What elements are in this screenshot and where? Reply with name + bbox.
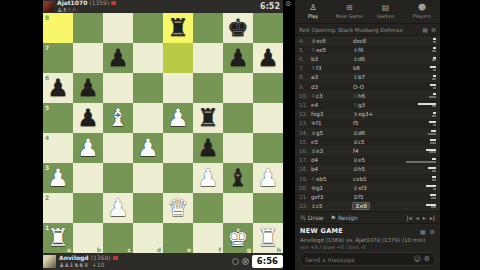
- square-g6[interactable]: [223, 73, 253, 103]
- opening-name: Reti Opening: Black Mustang Defense: [299, 27, 403, 33]
- square-e7[interactable]: [163, 43, 193, 73]
- square-b2[interactable]: [73, 193, 103, 223]
- square-c7[interactable]: ♟: [103, 43, 133, 73]
- new-game-matchup[interactable]: Anvilogd (1369) vs. Ajat1070 (1379) (10 …: [300, 237, 435, 243]
- time-bar-white: [431, 130, 436, 132]
- time-bar-white: [433, 57, 436, 59]
- board-settings-gear-icon[interactable]: ⚙: [285, 1, 291, 8]
- playback-next-button[interactable]: ▸: [423, 214, 426, 221]
- square-e5[interactable]: ♟: [163, 103, 193, 133]
- time-bar-white: [433, 93, 436, 95]
- square-h5[interactable]: [253, 103, 283, 133]
- square-e8[interactable]: ♜: [163, 13, 193, 43]
- piece-black-pawn-h7[interactable]: ♟: [253, 43, 283, 73]
- top-player-avatar[interactable]: [43, 1, 54, 12]
- time-bar-black: [429, 96, 436, 98]
- move-row-8: 8.a3♗b7: [295, 73, 440, 82]
- square-f4[interactable]: ♟: [193, 133, 223, 163]
- move-number: 19.: [299, 176, 311, 182]
- time-bar-white: [433, 75, 436, 77]
- square-f3[interactable]: ♟: [193, 163, 223, 193]
- black-move[interactable]: f5: [353, 120, 395, 126]
- playback-prev-button[interactable]: ◂: [416, 214, 419, 221]
- white-move[interactable]: e5: [311, 139, 353, 145]
- piece-black-rook-f5[interactable]: ♜: [193, 103, 223, 133]
- top-captured-pieces: ♙♗♘♘: [57, 7, 116, 13]
- square-e1[interactable]: e: [163, 223, 193, 253]
- square-b7[interactable]: [73, 43, 103, 73]
- move-row-16: 16.♗e3f4: [295, 146, 440, 155]
- playback-first-button[interactable]: |◂: [407, 214, 412, 221]
- new-game-board-icon[interactable]: ▦: [420, 228, 426, 235]
- move-number: 20.: [299, 185, 311, 191]
- time-bar-white: [428, 167, 436, 169]
- chat-settings-icon[interactable]: ⚙: [424, 255, 430, 263]
- tab-play[interactable]: ♙ Play: [295, 0, 331, 23]
- rank-label-2: 2: [45, 194, 49, 201]
- square-g1[interactable]: g♚: [223, 223, 253, 253]
- time-bar-white: [430, 84, 436, 86]
- move-number: 17.: [299, 157, 311, 163]
- time-bar-white: [430, 139, 436, 141]
- piece-white-pawn-c2[interactable]: ♟: [103, 193, 133, 223]
- square-d7[interactable]: [133, 43, 163, 73]
- move-number: 16.: [299, 148, 311, 154]
- file-label-d: d: [157, 246, 161, 253]
- time-bar-black: [406, 161, 436, 163]
- move-number: 21.: [299, 194, 311, 200]
- top-player-bar: Ajat1070 (1359) ♙♗♘♘ 6:52: [43, 0, 283, 13]
- move-row-5: 5.♘xe5♗f6: [295, 45, 440, 54]
- time-bar-white: [426, 149, 436, 151]
- white-move[interactable]: ♗e3: [311, 148, 353, 154]
- top-player-flair-icon: [111, 1, 116, 5]
- time-bar-black: [433, 41, 436, 43]
- material-advantage: +10: [92, 261, 105, 268]
- move-row-13: 13.♔f1f5: [295, 119, 440, 128]
- piece-white-rook-h1[interactable]: ♜: [253, 223, 283, 253]
- rating-change-info: win +8 / draw +0 / lose -8: [300, 244, 435, 250]
- new-game-icon: ⊞: [346, 4, 353, 12]
- rank-label-7: 7: [45, 44, 49, 51]
- square-g7[interactable]: ♟: [223, 43, 253, 73]
- piece-white-pawn-d4[interactable]: ♟: [133, 133, 163, 163]
- time-bar-black: [429, 151, 436, 153]
- new-game-title: NEW GAME: [300, 227, 343, 235]
- piece-white-rook-a1[interactable]: ♜: [43, 223, 73, 253]
- move-row-18: 18.b4♕h5: [295, 165, 440, 174]
- white-move[interactable]: b4: [311, 166, 353, 172]
- time-bar-black: [432, 105, 436, 107]
- white-move[interactable]: ♘c3: [311, 93, 353, 99]
- bottom-player-bar: Anvilogd (1369) ♟♟♝♞♞♛ +10 6:56: [43, 253, 283, 270]
- tab-new-game[interactable]: ⊞ New Game: [331, 0, 367, 23]
- time-bar-white: [430, 66, 436, 68]
- move-number: 11.: [299, 102, 311, 108]
- time-bar-white: [418, 103, 436, 105]
- move-list: 4.♗xc6dxc65.♘xe5♗f66.b3♗d67.♘f3b68.a3♗b7…: [295, 36, 440, 211]
- black-move[interactable]: ♕e5: [353, 157, 395, 163]
- white-move[interactable]: d4: [311, 157, 353, 163]
- square-c4[interactable]: [103, 133, 133, 163]
- black-move[interactable]: O-O: [353, 84, 395, 90]
- square-a8[interactable]: 8: [43, 13, 73, 43]
- white-move[interactable]: d3: [311, 84, 353, 90]
- time-bar-black: [432, 78, 436, 80]
- square-h2[interactable]: [253, 193, 283, 223]
- black-move[interactable]: ♗xf3: [353, 185, 395, 191]
- square-g5[interactable]: [223, 103, 253, 133]
- square-c5[interactable]: ♝: [103, 103, 133, 133]
- chat-input[interactable]: Send a message ☺ ⚙: [299, 252, 436, 266]
- white-move[interactable]: ♔g1: [311, 185, 353, 191]
- piece-white-pawn-a3[interactable]: ♟: [43, 163, 73, 193]
- side-panel: ♙ Play ⊞ New Game ▤ Games ☻ Players Reti…: [295, 0, 440, 270]
- black-move[interactable]: ♕d6: [353, 130, 395, 136]
- close-icon[interactable]: ⊗: [431, 26, 436, 33]
- square-b3[interactable]: [73, 163, 103, 193]
- time-bar-white: [433, 38, 436, 40]
- move-number: 7.: [299, 65, 311, 71]
- rank-label-4: 4: [45, 134, 49, 141]
- black-move[interactable]: ♘g3: [353, 102, 395, 108]
- black-move[interactable]: ♕h5: [353, 166, 395, 172]
- move-row-15: 15.e5♕c5: [295, 137, 440, 146]
- players-person-icon: ☻: [418, 4, 426, 12]
- square-f7[interactable]: [193, 43, 223, 73]
- clock-icon: [242, 258, 249, 265]
- time-bar-black: [433, 87, 436, 89]
- move-number: 8.: [299, 74, 311, 80]
- time-bar-white: [433, 112, 436, 114]
- move-number: 14.: [299, 130, 311, 136]
- square-h3[interactable]: ♟: [253, 163, 283, 193]
- square-d6[interactable]: [133, 73, 163, 103]
- draw-half-icon: ½: [300, 214, 306, 221]
- square-h1[interactable]: h♜: [253, 223, 283, 253]
- tab-games[interactable]: ▤ Games: [368, 0, 404, 23]
- black-move[interactable]: dxc6: [353, 38, 395, 44]
- square-b5[interactable]: ♟: [73, 103, 103, 133]
- time-bar-black: [430, 142, 436, 144]
- bottom-player-avatar[interactable]: [43, 255, 56, 268]
- square-g3[interactable]: ♝: [223, 163, 253, 193]
- chess-board: 8♜♚7♟♟♟6♟♟5♟♝♟♜4♟♟♟3♟♟♝♟2♟♛1a♜bcdefg♚h♜: [43, 13, 283, 253]
- square-a3[interactable]: 3♟: [43, 163, 73, 193]
- time-bar-black: [428, 133, 436, 135]
- time-bar-black: [432, 115, 436, 117]
- piece-black-pawn-f4[interactable]: ♟: [193, 133, 223, 163]
- square-e2[interactable]: ♛: [163, 193, 193, 223]
- square-d2[interactable]: [133, 193, 163, 223]
- square-g4[interactable]: [223, 133, 253, 163]
- move-row-10: 10.♘c3♘h6: [295, 91, 440, 100]
- move-number: 10.: [299, 93, 311, 99]
- black-move[interactable]: cxb5: [353, 176, 395, 182]
- square-g8[interactable]: ♚: [223, 13, 253, 43]
- square-b6[interactable]: ♟: [73, 73, 103, 103]
- time-bar-black: [432, 179, 436, 181]
- move-number: 6.: [299, 56, 311, 62]
- black-move[interactable]: ♗f6: [353, 47, 395, 53]
- white-move[interactable]: b3: [311, 56, 353, 62]
- move-row-17: 17.d4♕e5: [295, 156, 440, 165]
- square-d1[interactable]: d: [133, 223, 163, 253]
- piece-black-rook-e8[interactable]: ♜: [163, 13, 193, 43]
- white-move[interactable]: ♗c5: [311, 203, 353, 209]
- resign-flag-icon: ⚑: [331, 214, 336, 221]
- piece-white-pawn-h3[interactable]: ♟: [253, 163, 283, 193]
- time-bar-white: [430, 194, 436, 196]
- move-row-20: 20.♔g1♗xf3: [295, 183, 440, 192]
- move-number: 4.: [299, 38, 311, 44]
- square-b4[interactable]: ♟: [73, 133, 103, 163]
- move-row-9: 9.d3O-O: [295, 82, 440, 91]
- square-a4[interactable]: 4: [43, 133, 73, 163]
- focus-mode-icon[interactable]: [232, 258, 239, 265]
- black-move[interactable]: ♘h6: [353, 93, 395, 99]
- rank-label-8: 8: [45, 14, 49, 21]
- white-move[interactable]: a3: [311, 74, 353, 80]
- move-number: 5.: [299, 47, 311, 53]
- square-c8[interactable]: [103, 13, 133, 43]
- move-row-19: 19.♘xb5cxb5: [295, 174, 440, 183]
- square-e3[interactable]: [163, 163, 193, 193]
- square-h6[interactable]: [253, 73, 283, 103]
- white-move[interactable]: ♘xb5: [311, 176, 353, 182]
- app-window: Ajat1070 (1359) ♙♗♘♘ 6:52 ⚙ 8♜♚7♟♟♟6♟♟5♟…: [0, 0, 480, 270]
- time-bar-black: [432, 50, 436, 52]
- playback-last-button[interactable]: ▸|: [430, 214, 435, 221]
- file-label-f: f: [218, 246, 221, 253]
- move-row-22: 22.♗c5♖e8: [295, 201, 440, 210]
- square-h8[interactable]: [253, 13, 283, 43]
- piece-white-queen-e2[interactable]: ♛: [163, 193, 193, 223]
- board-preview-icon[interactable]: ▦: [422, 26, 428, 33]
- file-label-b: b: [97, 246, 101, 253]
- game-actions-bar: ½ Draw ⚑ Resign |◂ ◂ ▸ ▸|: [295, 211, 440, 224]
- new-game-settings-icon[interactable]: ⚙: [430, 228, 435, 235]
- time-bar-black: [433, 188, 436, 190]
- black-move[interactable]: ♗xg3+: [353, 111, 395, 117]
- move-row-14: 14.♗g5♕d6: [295, 128, 440, 137]
- square-b1[interactable]: b: [73, 223, 103, 253]
- time-bar-black: [433, 124, 436, 126]
- move-row-21: 21.gxf3♖f5: [295, 192, 440, 201]
- move-row-11: 11.e4♘g3: [295, 100, 440, 109]
- piece-white-pawn-f3[interactable]: ♟: [193, 163, 223, 193]
- new-game-section: NEW GAME ▦ ⚙ Anvilogd (1369) vs. Ajat107…: [295, 223, 440, 252]
- resign-button[interactable]: ⚑ Resign: [331, 214, 358, 221]
- chat-placeholder: Send a message: [305, 256, 355, 263]
- square-e6[interactable]: [163, 73, 193, 103]
- piece-black-king-g8[interactable]: ♚: [223, 13, 253, 43]
- white-move[interactable]: ♘f3: [311, 65, 353, 71]
- square-f1[interactable]: f: [193, 223, 223, 253]
- square-h7[interactable]: ♟: [253, 43, 283, 73]
- move-number: 22.: [299, 203, 311, 209]
- opening-name-bar: Reti Opening: Black Mustang Defense ▦ ⊗: [295, 24, 440, 36]
- square-g2[interactable]: [223, 193, 253, 223]
- square-f5[interactable]: ♜: [193, 103, 223, 133]
- bottom-captured-pieces: ♟♟♝♞♞♛: [59, 261, 88, 268]
- piece-white-pawn-b4[interactable]: ♟: [73, 133, 103, 163]
- time-bar-white: [433, 47, 436, 49]
- move-row-12: 12.fxg3♗xg3+: [295, 110, 440, 119]
- square-e4[interactable]: [163, 133, 193, 163]
- time-bar-white: [426, 204, 436, 206]
- time-bar-black: [431, 206, 436, 208]
- piece-black-pawn-g7[interactable]: ♟: [223, 43, 253, 73]
- piece-white-pawn-e5[interactable]: ♟: [163, 103, 193, 133]
- move-number: 15.: [299, 139, 311, 145]
- square-a2[interactable]: 2: [43, 193, 73, 223]
- move-number: 12.: [299, 111, 311, 117]
- panel-tabs: ♙ Play ⊞ New Game ▤ Games ☻ Players: [295, 0, 440, 24]
- black-move[interactable]: b6: [353, 65, 395, 71]
- piece-black-pawn-a6[interactable]: ♟: [43, 73, 73, 103]
- tab-players[interactable]: ☻ Players: [404, 0, 440, 23]
- time-bar-white: [432, 158, 436, 160]
- square-f2[interactable]: [193, 193, 223, 223]
- square-c6[interactable]: [103, 73, 133, 103]
- square-d3[interactable]: [133, 163, 163, 193]
- square-a1[interactable]: 1a♜: [43, 223, 73, 253]
- white-move[interactable]: e4: [311, 102, 353, 108]
- time-bar-black: [432, 170, 436, 172]
- black-move[interactable]: ♖e8: [353, 203, 395, 209]
- draw-button[interactable]: ½ Draw: [300, 214, 324, 221]
- square-c2[interactable]: ♟: [103, 193, 133, 223]
- move-number: 18.: [299, 166, 311, 172]
- square-f8[interactable]: [193, 13, 223, 43]
- black-move[interactable]: ♖f5: [353, 194, 395, 200]
- square-h4[interactable]: [253, 133, 283, 163]
- time-bar-black: [431, 197, 436, 199]
- move-number: 13.: [299, 120, 311, 126]
- piece-black-pawn-c7[interactable]: ♟: [103, 43, 133, 73]
- square-b8[interactable]: [73, 13, 103, 43]
- move-row-7: 7.♘f3b6: [295, 64, 440, 73]
- square-a7[interactable]: 7: [43, 43, 73, 73]
- black-move[interactable]: f4: [353, 148, 395, 154]
- white-move[interactable]: ♗xc6: [311, 38, 353, 44]
- top-player-clock: 6:52: [260, 2, 280, 11]
- white-move[interactable]: ♘xe5: [311, 47, 353, 53]
- games-grid-icon: ▤: [382, 4, 390, 12]
- black-move[interactable]: ♕c5: [353, 139, 395, 145]
- piece-white-king-g1[interactable]: ♚: [223, 223, 253, 253]
- square-f6[interactable]: [193, 73, 223, 103]
- bottom-player-clock: 6:56: [252, 255, 283, 268]
- square-d4[interactable]: ♟: [133, 133, 163, 163]
- square-c3[interactable]: [103, 163, 133, 193]
- play-pawn-icon: ♙: [310, 4, 317, 12]
- white-move[interactable]: ♗g5: [311, 130, 353, 136]
- time-bar-black: [433, 69, 436, 71]
- piece-black-bishop-g3[interactable]: ♝: [223, 163, 253, 193]
- move-row-4: 4.♗xc6dxc6: [295, 36, 440, 45]
- emoji-icon[interactable]: ☺: [413, 255, 420, 263]
- white-move[interactable]: ♔f1: [311, 120, 353, 126]
- file-label-c: c: [127, 246, 131, 253]
- time-bar-black: [432, 59, 436, 61]
- time-bar-white: [426, 185, 436, 187]
- square-a6[interactable]: 6♟: [43, 73, 73, 103]
- white-move[interactable]: fxg3: [311, 111, 353, 117]
- move-row-6: 6.b3♗d6: [295, 54, 440, 63]
- time-bar-white: [432, 176, 436, 178]
- piece-black-pawn-b6[interactable]: ♟: [73, 73, 103, 103]
- move-number: 9.: [299, 84, 311, 90]
- white-move[interactable]: gxf3: [311, 194, 353, 200]
- black-move[interactable]: ♗b7: [353, 74, 395, 80]
- black-move[interactable]: ♗d6: [353, 56, 395, 62]
- square-d5[interactable]: [133, 103, 163, 133]
- bottom-player-flair-icon: [113, 256, 118, 260]
- square-a5[interactable]: 5: [43, 103, 73, 133]
- piece-black-pawn-b5[interactable]: ♟: [73, 103, 103, 133]
- time-bar-white: [429, 121, 436, 123]
- square-c1[interactable]: c: [103, 223, 133, 253]
- rank-label-5: 5: [45, 104, 49, 111]
- square-d8[interactable]: [133, 13, 163, 43]
- file-label-e: e: [187, 246, 191, 253]
- piece-white-bishop-c5[interactable]: ♝: [103, 103, 133, 133]
